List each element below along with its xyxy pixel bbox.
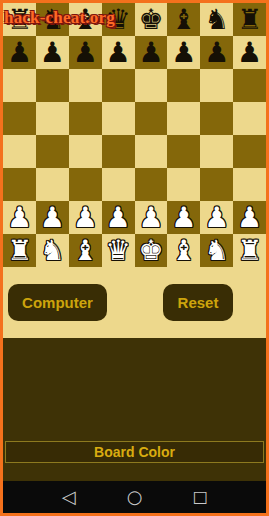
white-bishop-piece: ♝ (73, 237, 98, 265)
reset-button[interactable]: Reset (163, 284, 233, 321)
square-f7[interactable]: ♟ (167, 36, 200, 69)
square-c5[interactable] (69, 102, 102, 135)
square-d6[interactable] (102, 69, 135, 102)
white-queen-piece: ♛ (106, 237, 131, 265)
white-king-piece: ♚ (138, 237, 163, 265)
black-pawn-piece: ♟ (73, 39, 98, 67)
white-rook-piece: ♜ (237, 237, 262, 265)
square-g8[interactable]: ♞ (200, 3, 233, 36)
square-f1[interactable]: ♝ (167, 234, 200, 267)
square-g4[interactable] (200, 135, 233, 168)
square-c3[interactable] (69, 168, 102, 201)
square-g2[interactable]: ♟ (200, 201, 233, 234)
square-h3[interactable] (233, 168, 266, 201)
square-g7[interactable]: ♟ (200, 36, 233, 69)
square-c7[interactable]: ♟ (69, 36, 102, 69)
square-d5[interactable] (102, 102, 135, 135)
square-h5[interactable] (233, 102, 266, 135)
recents-icon[interactable]: □ (193, 489, 208, 505)
square-d3[interactable] (102, 168, 135, 201)
black-pawn-piece: ♟ (7, 39, 32, 67)
android-nav-bar: ◁ ○ □ (3, 481, 266, 513)
black-pawn-piece: ♟ (204, 39, 229, 67)
black-pawn-piece: ♟ (138, 39, 163, 67)
square-h1[interactable]: ♜ (233, 234, 266, 267)
square-h4[interactable] (233, 135, 266, 168)
white-knight-piece: ♞ (204, 237, 229, 265)
square-b8[interactable]: ♞ (36, 3, 69, 36)
lower-panel: Board Color (3, 338, 266, 481)
black-knight-piece: ♞ (40, 6, 65, 34)
square-d2[interactable]: ♟ (102, 201, 135, 234)
square-e8[interactable]: ♚ (135, 3, 168, 36)
white-pawn-piece: ♟ (204, 204, 229, 232)
square-a7[interactable]: ♟ (3, 36, 36, 69)
white-pawn-piece: ♟ (237, 204, 262, 232)
white-pawn-piece: ♟ (106, 204, 131, 232)
black-queen-piece: ♛ (106, 6, 131, 34)
square-e6[interactable] (135, 69, 168, 102)
square-d1[interactable]: ♛ (102, 234, 135, 267)
square-h7[interactable]: ♟ (233, 36, 266, 69)
white-rook-piece: ♜ (7, 237, 32, 265)
square-h6[interactable] (233, 69, 266, 102)
square-b1[interactable]: ♞ (36, 234, 69, 267)
black-rook-piece: ♜ (7, 6, 32, 34)
white-pawn-piece: ♟ (171, 204, 196, 232)
black-pawn-piece: ♟ (106, 39, 131, 67)
square-g3[interactable] (200, 168, 233, 201)
square-a2[interactable]: ♟ (3, 201, 36, 234)
square-c4[interactable] (69, 135, 102, 168)
square-b4[interactable] (36, 135, 69, 168)
square-b3[interactable] (36, 168, 69, 201)
black-king-piece: ♚ (138, 6, 163, 34)
square-e5[interactable] (135, 102, 168, 135)
white-pawn-piece: ♟ (7, 204, 32, 232)
square-a3[interactable] (3, 168, 36, 201)
square-c6[interactable] (69, 69, 102, 102)
app-screen: ♜♞♝♛♚♝♞♜♟♟♟♟♟♟♟♟♟♟♟♟♟♟♟♟♜♞♝♛♚♝♞♜ Compute… (0, 0, 269, 516)
square-f6[interactable] (167, 69, 200, 102)
square-h2[interactable]: ♟ (233, 201, 266, 234)
chess-board[interactable]: ♜♞♝♛♚♝♞♜♟♟♟♟♟♟♟♟♟♟♟♟♟♟♟♟♜♞♝♛♚♝♞♜ (3, 3, 266, 267)
square-g1[interactable]: ♞ (200, 234, 233, 267)
square-a5[interactable] (3, 102, 36, 135)
home-icon[interactable]: ○ (127, 488, 143, 506)
controls-bar: Computer Reset (3, 267, 266, 338)
black-pawn-piece: ♟ (171, 39, 196, 67)
black-pawn-piece: ♟ (40, 39, 65, 67)
square-b2[interactable]: ♟ (36, 201, 69, 234)
square-d4[interactable] (102, 135, 135, 168)
square-g6[interactable] (200, 69, 233, 102)
square-g5[interactable] (200, 102, 233, 135)
white-pawn-piece: ♟ (138, 204, 163, 232)
computer-button[interactable]: Computer (8, 284, 107, 321)
black-bishop-piece: ♝ (73, 6, 98, 34)
square-c8[interactable]: ♝ (69, 3, 102, 36)
white-knight-piece: ♞ (40, 237, 65, 265)
back-icon[interactable]: ◁ (62, 488, 76, 506)
black-pawn-piece: ♟ (237, 39, 262, 67)
square-a4[interactable] (3, 135, 36, 168)
square-e2[interactable]: ♟ (135, 201, 168, 234)
square-e4[interactable] (135, 135, 168, 168)
square-f5[interactable] (167, 102, 200, 135)
square-h8[interactable]: ♜ (233, 3, 266, 36)
square-b7[interactable]: ♟ (36, 36, 69, 69)
square-e7[interactable]: ♟ (135, 36, 168, 69)
square-b5[interactable] (36, 102, 69, 135)
board-color-button[interactable]: Board Color (5, 441, 264, 463)
square-b6[interactable] (36, 69, 69, 102)
square-e1[interactable]: ♚ (135, 234, 168, 267)
square-f8[interactable]: ♝ (167, 3, 200, 36)
black-bishop-piece: ♝ (171, 6, 196, 34)
square-c1[interactable]: ♝ (69, 234, 102, 267)
square-f3[interactable] (167, 168, 200, 201)
white-bishop-piece: ♝ (171, 237, 196, 265)
square-f2[interactable]: ♟ (167, 201, 200, 234)
square-d7[interactable]: ♟ (102, 36, 135, 69)
white-pawn-piece: ♟ (73, 204, 98, 232)
square-f4[interactable] (167, 135, 200, 168)
square-c2[interactable]: ♟ (69, 201, 102, 234)
square-a8[interactable]: ♜ (3, 3, 36, 36)
black-knight-piece: ♞ (204, 6, 229, 34)
square-a1[interactable]: ♜ (3, 234, 36, 267)
square-e3[interactable] (135, 168, 168, 201)
white-pawn-piece: ♟ (40, 204, 65, 232)
black-rook-piece: ♜ (237, 6, 262, 34)
square-a6[interactable] (3, 69, 36, 102)
square-d8[interactable]: ♛ (102, 3, 135, 36)
